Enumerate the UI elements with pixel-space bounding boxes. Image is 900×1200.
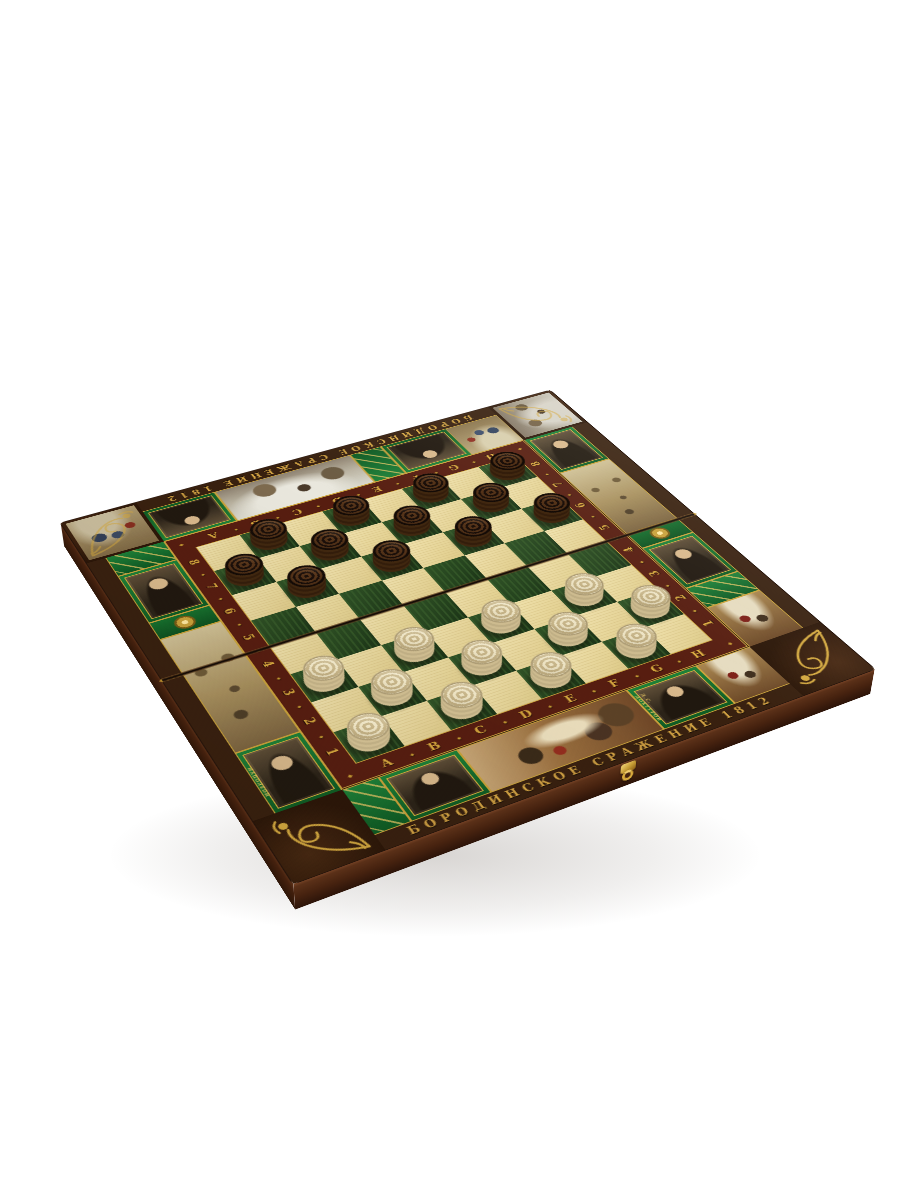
portrait-panel [380, 750, 490, 820]
checkers-board: БОРОДИНСКОЕ СРАЖЕНИЕ 1812 БОРОДИНСКОЕ СР… [61, 390, 875, 884]
light-piece-e3[interactable] [472, 606, 531, 641]
light-piece-d2[interactable] [452, 646, 512, 683]
painting-cavalry [708, 591, 802, 647]
light-piece-h2[interactable] [621, 591, 680, 625]
gold-medallion-icon [170, 613, 199, 631]
portrait-caption: НАПОЛЕОН [246, 766, 272, 798]
product-photo-scene: БОРОДИНСКОЕ СРАЖЕНИЕ 1812 БОРОДИНСКОЕ СР… [0, 0, 900, 1200]
portrait-caption: Д.С. ДОХТУРОВ [634, 693, 669, 722]
portrait-panel: НАПОЛЕОН [236, 733, 341, 813]
ornament-panel [343, 778, 410, 834]
light-piece-f2[interactable] [538, 618, 598, 654]
coord-corner: ◆ [711, 633, 748, 654]
coord-corner: ◆ [331, 763, 369, 789]
portrait-frame [633, 670, 727, 725]
painting-cavalry [697, 647, 789, 702]
portrait-panel: Д.С. ДОХТУРОВ [627, 666, 733, 728]
portrait-frame [242, 737, 335, 809]
light-piece-g3[interactable] [555, 580, 613, 614]
portrait-frame [386, 754, 484, 816]
medallion-panel [150, 606, 220, 639]
portrait-art [391, 758, 480, 813]
portrait-art [638, 673, 723, 722]
portrait-art [247, 740, 331, 806]
